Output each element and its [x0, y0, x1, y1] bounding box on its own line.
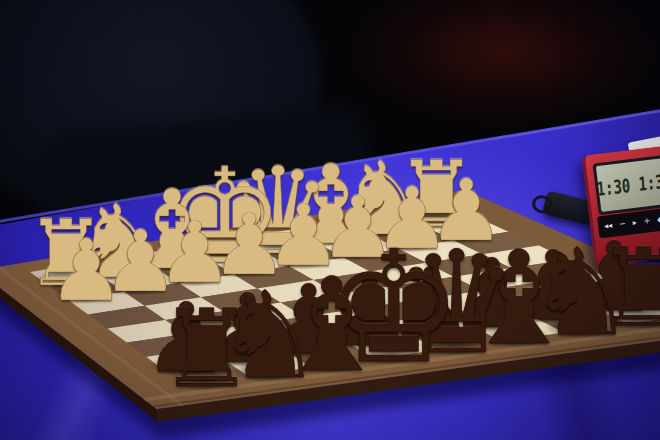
- pieces-layer: ♜♞♟♝♟♛♟♚♟♝♟♞♟♜♟♟♟♟♜♟♞♟♝♟♛♟♚♟♝♟♞♜: [0, 0, 660, 440]
- tournament-photo: 1:30 1:30 ◂◂−▸+◆ ♜♞♟♝♟♛♟♚♟♝♟♞♟♜♟♟♟♟♜♟♞♟♝…: [0, 0, 660, 440]
- piece-white-pawn-h2: ♟: [48, 227, 124, 312]
- piece-black-rook-h8: ♜: [158, 295, 254, 402]
